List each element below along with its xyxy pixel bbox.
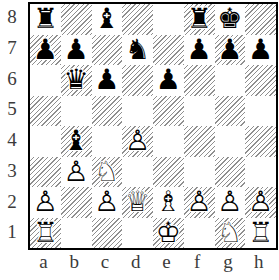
square-f4[interactable] [184,126,215,157]
black-queen-halo: ♛ [61,65,92,96]
chess-board-diagram: 87654321 ♜♜♝♝♜♜♚♚♟♟♟♟♞♞♟♟♟♟♟♟♛♛♟♟♟♟♝♝♟♙♟… [0,0,279,280]
black-pawn-halo: ♟ [153,65,184,96]
black-pawn-halo: ♟ [30,35,61,66]
rank-label-8: 8 [0,2,24,33]
rank-label-3: 3 [0,156,24,187]
black-rook-halo: ♜ [184,4,215,35]
white-pawn: ♙ [61,157,92,188]
black-knight-halo: ♞ [122,35,153,66]
square-d5[interactable] [122,96,153,127]
white-pawn: ♙ [184,187,215,218]
square-a8[interactable]: ♜♜ [30,4,61,35]
square-f2[interactable]: ♟♙ [184,187,215,218]
square-e7[interactable] [153,35,184,66]
white-queen-halo: ♛ [122,187,153,218]
square-c4[interactable] [92,126,123,157]
square-e5[interactable] [153,96,184,127]
black-pawn: ♟ [245,35,276,66]
chess-board: ♜♜♝♝♜♜♚♚♟♟♟♟♞♞♟♟♟♟♟♟♛♛♟♟♟♟♝♝♟♙♟♙♞♘♟♙♟♙♛♕… [28,2,278,250]
white-pawn: ♙ [245,187,276,218]
square-c5[interactable] [92,96,123,127]
white-pawn-halo: ♟ [215,187,246,218]
square-h6[interactable] [245,65,276,96]
white-knight-halo: ♞ [215,218,246,249]
file-label-h: h [243,250,274,276]
white-pawn-halo: ♟ [122,126,153,157]
square-h8[interactable] [245,4,276,35]
black-pawn-halo: ♟ [215,35,246,66]
black-pawn-halo: ♟ [92,65,123,96]
square-c8[interactable]: ♝♝ [92,4,123,35]
white-pawn: ♙ [92,187,123,218]
square-g5[interactable] [215,96,246,127]
white-queen: ♕ [122,187,153,218]
square-b7[interactable]: ♟♟ [61,35,92,66]
square-a2[interactable]: ♟♙ [30,187,61,218]
square-d4[interactable]: ♟♙ [122,126,153,157]
white-knight: ♘ [92,157,123,188]
square-f7[interactable]: ♟♟ [184,35,215,66]
square-f8[interactable]: ♜♜ [184,4,215,35]
black-bishop-halo: ♝ [92,4,123,35]
square-e2[interactable]: ♝♗ [153,187,184,218]
file-labels: abcdefgh [28,250,274,276]
black-pawn-halo: ♟ [184,35,215,66]
square-a6[interactable] [30,65,61,96]
square-h7[interactable]: ♟♟ [245,35,276,66]
square-d3[interactable] [122,157,153,188]
square-d6[interactable] [122,65,153,96]
square-f5[interactable] [184,96,215,127]
white-king-halo: ♚ [153,218,184,249]
white-pawn-halo: ♟ [30,187,61,218]
white-king: ♔ [153,218,184,249]
black-pawn: ♟ [153,65,184,96]
black-king: ♚ [215,4,246,35]
black-knight: ♞ [122,35,153,66]
square-h4[interactable] [245,126,276,157]
square-g6[interactable] [215,65,246,96]
white-pawn: ♙ [215,187,246,218]
square-e6[interactable]: ♟♟ [153,65,184,96]
square-a3[interactable] [30,157,61,188]
square-b8[interactable] [61,4,92,35]
rank-label-6: 6 [0,64,24,95]
square-g1[interactable]: ♞♘ [215,218,246,249]
black-pawn-halo: ♟ [61,35,92,66]
white-pawn-halo: ♟ [92,187,123,218]
square-a5[interactable] [30,96,61,127]
black-pawn: ♟ [61,35,92,66]
square-h2[interactable]: ♟♙ [245,187,276,218]
rank-label-4: 4 [0,125,24,156]
black-rook-halo: ♜ [30,4,61,35]
black-pawn: ♟ [92,65,123,96]
square-b5[interactable] [61,96,92,127]
white-knight-halo: ♞ [92,157,123,188]
file-label-e: e [151,250,182,276]
black-pawn: ♟ [184,35,215,66]
square-b6[interactable]: ♛♛ [61,65,92,96]
black-bishop: ♝ [61,126,92,157]
white-pawn-halo: ♟ [245,187,276,218]
black-rook: ♜ [30,4,61,35]
square-f3[interactable] [184,157,215,188]
square-h3[interactable] [245,157,276,188]
square-b4[interactable]: ♝♝ [61,126,92,157]
rank-label-1: 1 [0,217,24,248]
file-label-f: f [182,250,213,276]
square-e8[interactable] [153,4,184,35]
square-a1[interactable]: ♜♖ [30,218,61,249]
rank-label-2: 2 [0,187,24,218]
square-d8[interactable] [122,4,153,35]
white-pawn-halo: ♟ [184,187,215,218]
square-d7[interactable]: ♞♞ [122,35,153,66]
square-d2[interactable]: ♛♕ [122,187,153,218]
square-e4[interactable] [153,126,184,157]
white-pawn-halo: ♟ [61,157,92,188]
black-bishop: ♝ [92,4,123,35]
square-h1[interactable]: ♜♖ [245,218,276,249]
square-b1[interactable] [61,218,92,249]
white-rook: ♖ [245,218,276,249]
file-label-c: c [90,250,121,276]
square-f1[interactable] [184,218,215,249]
square-g3[interactable] [215,157,246,188]
white-knight: ♘ [215,218,246,249]
square-g2[interactable]: ♟♙ [215,187,246,218]
white-bishop-halo: ♝ [153,187,184,218]
file-label-b: b [59,250,90,276]
square-c2[interactable]: ♟♙ [92,187,123,218]
square-h5[interactable] [245,96,276,127]
white-pawn: ♙ [122,126,153,157]
square-c3[interactable]: ♞♘ [92,157,123,188]
square-b2[interactable] [61,187,92,218]
black-pawn: ♟ [30,35,61,66]
square-g8[interactable]: ♚♚ [215,4,246,35]
black-king-halo: ♚ [215,4,246,35]
square-d1[interactable] [122,218,153,249]
white-pawn: ♙ [30,187,61,218]
square-g7[interactable]: ♟♟ [215,35,246,66]
rank-label-5: 5 [0,94,24,125]
white-rook: ♖ [30,218,61,249]
square-f6[interactable] [184,65,215,96]
rank-label-7: 7 [0,33,24,64]
square-a7[interactable]: ♟♟ [30,35,61,66]
square-g4[interactable] [215,126,246,157]
black-rook: ♜ [184,4,215,35]
square-a4[interactable] [30,126,61,157]
white-rook-halo: ♜ [30,218,61,249]
white-bishop: ♗ [153,187,184,218]
black-pawn: ♟ [215,35,246,66]
file-label-a: a [28,250,59,276]
white-rook-halo: ♜ [245,218,276,249]
file-label-g: g [213,250,244,276]
black-pawn-halo: ♟ [245,35,276,66]
square-e3[interactable] [153,157,184,188]
black-queen: ♛ [61,65,92,96]
file-label-d: d [120,250,151,276]
square-e1[interactable]: ♚♔ [153,218,184,249]
square-c1[interactable] [92,218,123,249]
square-c6[interactable]: ♟♟ [92,65,123,96]
black-bishop-halo: ♝ [61,126,92,157]
square-c7[interactable] [92,35,123,66]
square-b3[interactable]: ♟♙ [61,157,92,188]
